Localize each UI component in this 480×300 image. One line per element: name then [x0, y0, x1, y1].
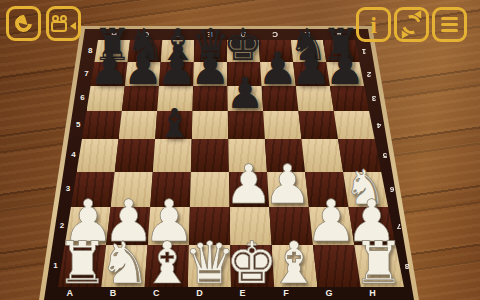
rank-label-left: 4: [67, 150, 79, 160]
chess-app-screen: HGFEDCBAABCDEFGH8765432112345678♜♞♝♛♚♞♜♟…: [0, 0, 480, 300]
rank-label-right: 3: [368, 93, 380, 103]
restart-button[interactable]: [6, 6, 41, 41]
letter-i-icon: i: [370, 13, 377, 37]
file-label-top: C: [269, 29, 281, 39]
camera-button[interactable]: [46, 6, 81, 41]
video-camera-icon: [51, 15, 76, 33]
hamburger-icon: [441, 14, 458, 34]
square-g5[interactable]: [298, 111, 338, 139]
camera-body: [51, 21, 67, 32]
rank-label-left: 6: [77, 93, 89, 103]
chess-board: HGFEDCBAABCDEFGH8765432112345678♜♞♝♛♚♞♜♟…: [0, 0, 480, 300]
circular-arrow-icon: [12, 12, 36, 36]
info-button[interactable]: i: [356, 7, 391, 42]
camera-lens: [66, 22, 76, 30]
square-a4[interactable]: [77, 139, 119, 172]
file-label-bottom: G: [322, 288, 336, 298]
menu-button[interactable]: [432, 7, 467, 42]
rank-label-right: 4: [373, 120, 385, 130]
sync-arrows-icon: [399, 12, 424, 37]
sync-button[interactable]: [394, 7, 429, 42]
square-f5[interactable]: [263, 111, 301, 139]
square-a5[interactable]: [82, 111, 122, 139]
piece-wB-f1[interactable]: ♝: [265, 234, 323, 292]
rank-label-left: 5: [72, 120, 84, 130]
square-h5[interactable]: [334, 111, 375, 139]
piece-bP-e6[interactable]: ♟: [223, 72, 266, 115]
piece-bB-c5[interactable]: ♝: [154, 103, 194, 143]
piece-wR-h1[interactable]: ♜: [350, 234, 408, 292]
square-b4[interactable]: [115, 139, 155, 172]
piece-bP-h7[interactable]: ♟: [322, 46, 367, 91]
square-b5[interactable]: [119, 111, 158, 139]
